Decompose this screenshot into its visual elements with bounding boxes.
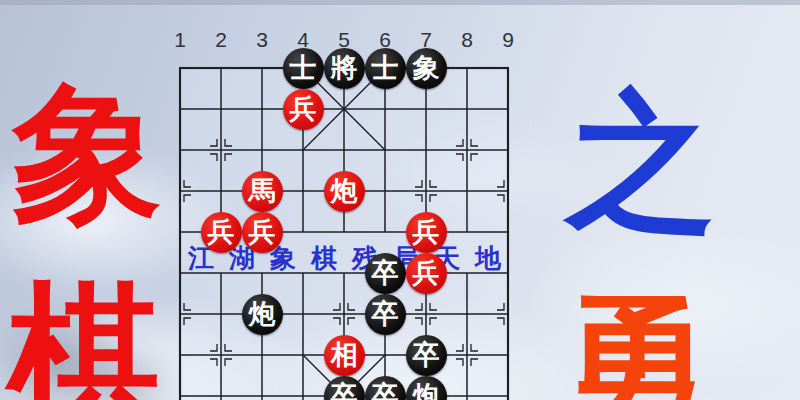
piece-red-pawn[interactable]: 兵 [242, 212, 283, 253]
piece-black-pawn[interactable]: 卒 [406, 335, 447, 376]
piece-black-elephant[interactable]: 象 [406, 48, 447, 89]
piece-red-cannon[interactable]: 炮 [324, 171, 365, 212]
column-label: 2 [201, 28, 241, 52]
piece-red-pawn[interactable]: 兵 [406, 253, 447, 294]
piece-red-pawn[interactable]: 兵 [283, 89, 324, 130]
piece-red-pawn[interactable]: 兵 [406, 212, 447, 253]
piece-black-pawn[interactable]: 卒 [365, 253, 406, 294]
piece-red-elephant[interactable]: 相 [324, 335, 365, 376]
piece-black-cannon[interactable]: 炮 [242, 294, 283, 335]
poster: 象 棋 之 勇 123456789 江湖象棋残局天地 士將士象兵馬炮兵兵兵卒兵炮… [0, 0, 800, 400]
piece-red-horse[interactable]: 馬 [242, 171, 283, 212]
column-label: 9 [488, 28, 528, 52]
piece-black-general[interactable]: 將 [324, 48, 365, 89]
piece-red-pawn[interactable]: 兵 [201, 212, 242, 253]
piece-black-advisor[interactable]: 士 [365, 48, 406, 89]
watermark-char: 棋 [304, 241, 345, 276]
column-label: 1 [160, 28, 200, 52]
column-label: 8 [447, 28, 487, 52]
piece-black-pawn[interactable]: 卒 [365, 294, 406, 335]
piece-black-advisor[interactable]: 士 [283, 48, 324, 89]
column-label: 3 [242, 28, 282, 52]
watermark-char: 地 [468, 241, 509, 276]
xiangqi-board[interactable]: 123456789 江湖象棋残局天地 士將士象兵馬炮兵兵兵卒兵炮卒相卒卒卒炮 [0, 0, 800, 400]
